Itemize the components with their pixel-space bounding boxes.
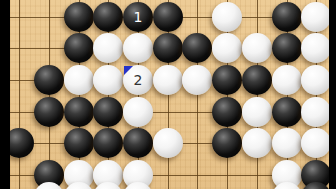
stone-white-r3c4 xyxy=(93,65,123,95)
stone-white-r1c8 xyxy=(212,2,242,32)
stone-black-r1c4 xyxy=(93,2,123,32)
letterbox-left xyxy=(0,0,10,189)
stone-white-r3c10 xyxy=(272,65,302,95)
stone-black-r4c3 xyxy=(64,97,94,127)
letterbox-right xyxy=(329,0,336,189)
go-game-screenshot: 12 xyxy=(0,0,336,189)
stone-white-r3c11 xyxy=(301,65,331,95)
stone-black-r3c8 xyxy=(212,65,242,95)
stone-black-r1c5: 1 xyxy=(123,2,153,32)
stone-white-r5c9 xyxy=(242,128,272,158)
stone-white-r4c9 xyxy=(242,97,272,127)
stone-black-r5c8 xyxy=(212,128,242,158)
stone-white-r3c7 xyxy=(182,65,212,95)
stone-black-r1c6 xyxy=(153,2,183,32)
stone-black-r5c3 xyxy=(64,128,94,158)
stone-white-r4c11 xyxy=(301,97,331,127)
stone-black-r5c5 xyxy=(123,128,153,158)
stone-white-r2c8 xyxy=(212,33,242,63)
stone-black-r3c2 xyxy=(34,65,64,95)
stone-black-r2c7 xyxy=(182,33,212,63)
blue-triangle-marker xyxy=(124,66,133,75)
stone-black-r4c8 xyxy=(212,97,242,127)
stone-white-r2c9 xyxy=(242,33,272,63)
stone-white-r5c11 xyxy=(301,128,331,158)
stone-white-r5c10 xyxy=(272,128,302,158)
go-board[interactable]: 12 xyxy=(0,0,336,189)
stone-black-r5c4 xyxy=(93,128,123,158)
move-label-1: 1 xyxy=(123,2,153,32)
stone-black-r4c2 xyxy=(34,97,64,127)
stone-white-r5c6 xyxy=(153,128,183,158)
stone-black-r1c10 xyxy=(272,2,302,32)
stone-white-r1c11 xyxy=(301,2,331,32)
stone-black-r2c6 xyxy=(153,33,183,63)
stone-black-r3c9 xyxy=(242,65,272,95)
stone-white-r4c5 xyxy=(123,97,153,127)
stone-black-r4c10 xyxy=(272,97,302,127)
stone-white-r3c3 xyxy=(64,65,94,95)
stone-black-r1c3 xyxy=(64,2,94,32)
grid-line-vertical-1 xyxy=(19,0,20,189)
stone-black-r2c10 xyxy=(272,33,302,63)
stone-black-r2c3 xyxy=(64,33,94,63)
stone-black-r4c4 xyxy=(93,97,123,127)
stone-white-r2c4 xyxy=(93,33,123,63)
stone-white-r3c6 xyxy=(153,65,183,95)
stone-white-r2c5 xyxy=(123,33,153,63)
stone-white-r2c11 xyxy=(301,33,331,63)
